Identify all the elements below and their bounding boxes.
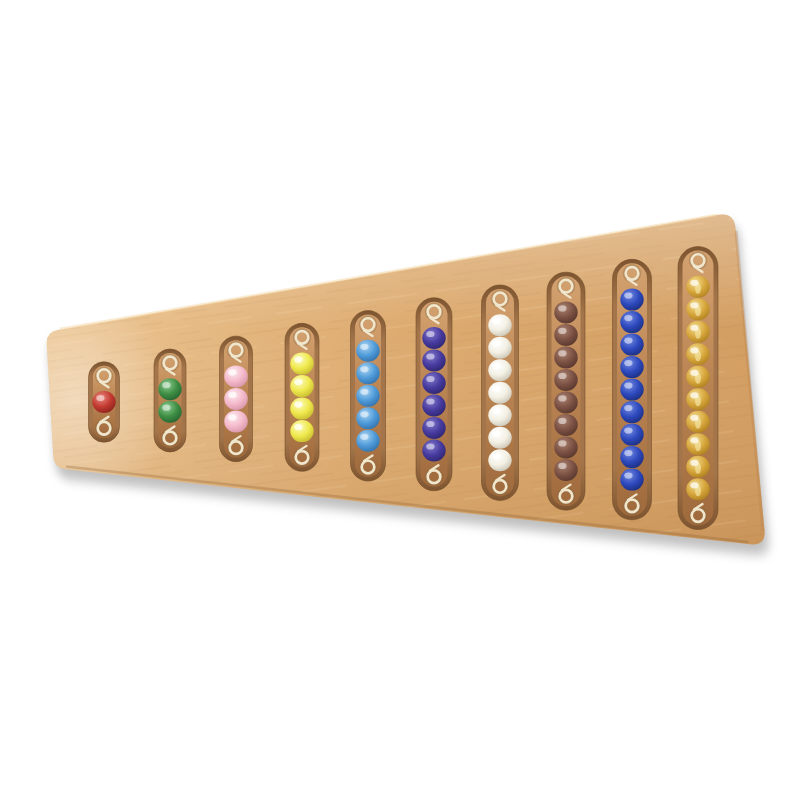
bead-bar-6[interactable] [416, 298, 452, 491]
bead-highlight [624, 383, 632, 389]
bead-white [488, 359, 511, 381]
bead-purple [422, 440, 445, 462]
bead-highlight [690, 325, 698, 331]
bead-highlight [624, 315, 632, 321]
bead-purple [422, 372, 445, 394]
bead-highlight [624, 338, 632, 344]
bead-stair-board [0, 0, 800, 800]
bead-highlight [492, 318, 500, 324]
bead-brown [554, 414, 577, 436]
bead-dark-blue [620, 379, 643, 401]
bead-light-blue [356, 407, 379, 429]
bead-red [92, 391, 115, 413]
bead-dark-blue [620, 311, 643, 333]
bead-highlight [360, 344, 368, 350]
bead-highlight [558, 328, 566, 334]
bead-brown [554, 391, 577, 413]
bead-highlight [690, 347, 698, 353]
bead-highlight [624, 428, 632, 434]
bead-highlight [492, 386, 500, 392]
bead-brown [554, 459, 577, 481]
bead-dark-blue [620, 424, 643, 446]
bead-dark-blue [620, 356, 643, 378]
bead-green [158, 401, 181, 423]
bead-white [488, 427, 511, 449]
bead-yellow [290, 375, 313, 397]
bead-yellow [290, 353, 313, 375]
bead-white [488, 404, 511, 426]
bead-highlight [690, 482, 698, 488]
bead-dark-blue [620, 469, 643, 491]
bead-highlight [624, 293, 632, 299]
bead-highlight [426, 443, 434, 449]
bead-brown [554, 301, 577, 323]
bead-yellow [290, 420, 313, 442]
bead-brown [554, 436, 577, 458]
bead-bar-8[interactable] [547, 272, 585, 510]
bead-bar-9[interactable] [613, 259, 652, 519]
bead-bar-7[interactable] [482, 285, 519, 501]
bead-brown [554, 346, 577, 368]
bead-highlight [624, 405, 632, 411]
bead-green [158, 378, 181, 400]
bead-highlight [426, 376, 434, 382]
bead-highlight [624, 450, 632, 456]
bead-highlight [294, 379, 302, 385]
bead-highlight [426, 353, 434, 359]
bead-purple [422, 327, 445, 349]
bead-purple [422, 395, 445, 417]
bead-highlight [624, 473, 632, 479]
bead-dark-blue [620, 401, 643, 423]
bead-highlight [228, 392, 236, 398]
bead-highlight [360, 411, 368, 417]
bead-highlight [690, 460, 698, 466]
bead-highlight [558, 418, 566, 424]
bead-light-blue [356, 430, 379, 452]
bead-bar-1[interactable] [89, 362, 120, 443]
bead-brown [554, 324, 577, 346]
bead-highlight [558, 373, 566, 379]
bead-highlight [360, 389, 368, 395]
bead-highlight [228, 369, 236, 375]
bead-highlight [690, 437, 698, 443]
bead-highlight [558, 440, 566, 446]
bead-highlight [426, 331, 434, 337]
bead-highlight [690, 302, 698, 308]
bead-highlight [492, 431, 500, 437]
bead-pink [224, 388, 247, 410]
bead-bar-4[interactable] [285, 323, 319, 471]
product-photo [0, 0, 800, 800]
bead-dark-blue [620, 334, 643, 356]
bead-highlight [228, 414, 236, 420]
bead-pink [224, 410, 247, 432]
bead-highlight [492, 341, 500, 347]
bead-highlight [558, 463, 566, 469]
bead-bar-5[interactable] [351, 311, 386, 482]
bead-light-blue [356, 362, 379, 384]
bead-light-blue [356, 340, 379, 362]
bead-highlight [162, 405, 170, 411]
bead-highlight [294, 402, 302, 408]
bead-white [488, 449, 511, 471]
bead-highlight [426, 421, 434, 427]
bead-highlight [294, 357, 302, 363]
bead-brown [554, 369, 577, 391]
bead-highlight [690, 415, 698, 421]
bead-purple [422, 350, 445, 372]
bead-dark-blue [620, 289, 643, 311]
bead-pink [224, 365, 247, 387]
bead-white [488, 382, 511, 404]
bead-light-blue [356, 385, 379, 407]
bead-highlight [492, 363, 500, 369]
bead-bar-3[interactable] [220, 336, 253, 462]
bead-highlight [690, 370, 698, 376]
bead-highlight [492, 453, 500, 459]
bead-highlight [690, 280, 698, 286]
bead-purple [422, 417, 445, 439]
bead-dark-blue [620, 446, 643, 468]
bead-highlight [558, 395, 566, 401]
bead-highlight [96, 395, 104, 401]
bead-white [488, 337, 511, 359]
bead-highlight [360, 366, 368, 372]
bead-highlight [162, 382, 170, 388]
bead-highlight [360, 434, 368, 440]
copper-strip [290, 327, 315, 467]
bead-bar-2[interactable] [154, 349, 186, 452]
bead-highlight [426, 398, 434, 404]
bead-highlight [558, 350, 566, 356]
bead-bar-10[interactable] [678, 247, 718, 530]
bead-highlight [624, 360, 632, 366]
bead-highlight [294, 424, 302, 430]
bead-highlight [492, 408, 500, 414]
bead-yellow [290, 398, 313, 420]
bead-highlight [558, 305, 566, 311]
bead-white [488, 314, 511, 336]
bead-highlight [690, 392, 698, 398]
